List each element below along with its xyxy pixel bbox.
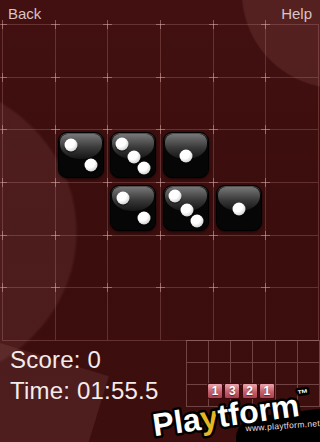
die-pip — [137, 211, 150, 224]
die-pip — [137, 162, 150, 175]
board-cell[interactable] — [56, 236, 109, 289]
die-pip — [64, 138, 77, 151]
die-pip — [117, 191, 130, 204]
time-label: Time: — [10, 377, 70, 404]
board-cell[interactable] — [214, 25, 267, 78]
die-pip — [168, 190, 181, 203]
die-3[interactable] — [110, 132, 156, 178]
board-cell[interactable] — [3, 25, 56, 78]
board-cell[interactable] — [161, 236, 214, 289]
board-grid — [2, 24, 319, 341]
trademark-symbol: ™ — [297, 387, 310, 400]
board-cell[interactable] — [56, 78, 109, 131]
score-label: Score: — [10, 346, 81, 373]
die-1[interactable] — [216, 185, 262, 231]
board-cell[interactable] — [266, 288, 319, 341]
board-cell[interactable] — [3, 288, 56, 341]
board-cell[interactable] — [214, 288, 267, 341]
die-pip — [190, 214, 203, 227]
minimap-cell — [187, 363, 209, 385]
board-cell[interactable] — [56, 183, 109, 236]
minimap-cell — [298, 341, 320, 363]
die-2[interactable] — [110, 185, 156, 231]
minimap-cell — [231, 341, 253, 363]
board-cell[interactable] — [108, 25, 161, 78]
board-cell[interactable] — [161, 78, 214, 131]
board-cell[interactable] — [214, 130, 267, 183]
board-cell[interactable] — [161, 288, 214, 341]
help-button[interactable]: Help — [281, 5, 312, 22]
die-2[interactable] — [58, 132, 104, 178]
score-line: Score: 0 — [10, 344, 158, 375]
score-value: 0 — [87, 346, 101, 373]
board-cell[interactable] — [161, 25, 214, 78]
board-cell[interactable] — [266, 183, 319, 236]
board-cell[interactable] — [214, 78, 267, 131]
minimap-cell — [209, 341, 231, 363]
time-line: Time: 01:55.5 — [10, 375, 158, 406]
minimap-cell — [187, 341, 209, 363]
die-pip — [180, 203, 193, 216]
board-cell[interactable] — [266, 236, 319, 289]
board-cell[interactable] — [56, 288, 109, 341]
board-cell[interactable] — [3, 236, 56, 289]
minimap-cell — [253, 341, 275, 363]
die-pip — [180, 150, 193, 163]
board-cell[interactable] — [266, 25, 319, 78]
game-screen: Back Help Score: 0 Time: 01:55.5 1321 Pl… — [0, 0, 320, 442]
board-cell[interactable] — [3, 130, 56, 183]
die-1[interactable] — [163, 132, 209, 178]
die-pip — [84, 159, 97, 172]
board-cell[interactable] — [266, 130, 319, 183]
board-cell[interactable] — [3, 183, 56, 236]
minimap-cell — [276, 341, 298, 363]
board-cell[interactable] — [3, 78, 56, 131]
die-3[interactable] — [163, 185, 209, 231]
board-cell[interactable] — [108, 288, 161, 341]
back-button[interactable]: Back — [8, 5, 41, 22]
board-cell[interactable] — [266, 78, 319, 131]
board-cell[interactable] — [108, 236, 161, 289]
board-cell[interactable] — [56, 25, 109, 78]
minimap-cell — [209, 363, 231, 385]
board-cell[interactable] — [214, 236, 267, 289]
hud: Score: 0 Time: 01:55.5 — [10, 344, 158, 406]
board-cell[interactable] — [108, 78, 161, 131]
die-pip — [232, 202, 245, 215]
die-pip — [115, 137, 128, 150]
die-pip — [127, 151, 140, 164]
